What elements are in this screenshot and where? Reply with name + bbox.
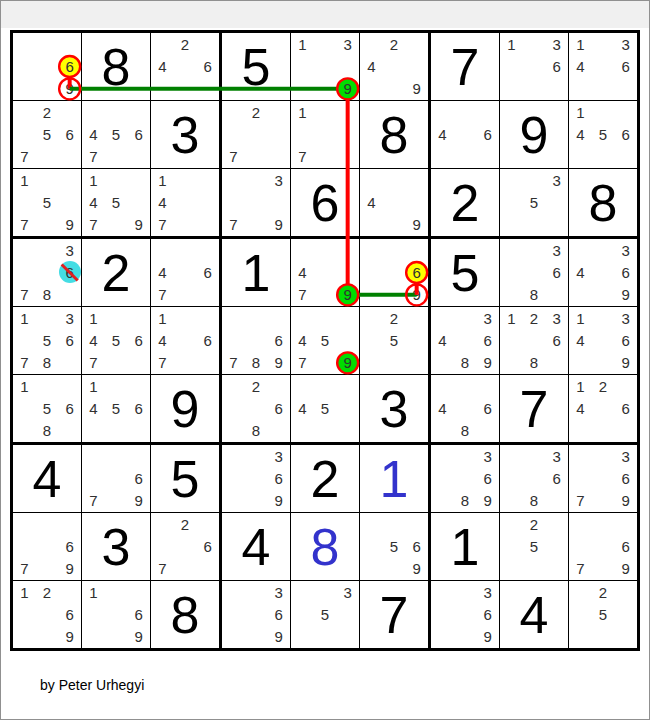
candidate-slot: 6 xyxy=(476,603,499,625)
candidate-grid: 468 xyxy=(431,375,499,442)
candidate-slot xyxy=(360,284,383,306)
candidate-slot: 4 xyxy=(360,55,383,77)
cell-r9c6[interactable]: 7 xyxy=(360,581,428,648)
candidate-slot xyxy=(454,445,477,467)
candidate-slot xyxy=(245,329,268,351)
candidate-slot: 6 xyxy=(405,261,428,283)
cell-r3c7[interactable]: 2 xyxy=(431,169,499,236)
cell-r7c2[interactable]: 679 xyxy=(82,445,150,512)
highlight-circle: 9 xyxy=(337,78,359,100)
candidate-slot xyxy=(245,467,268,489)
candidate-slot xyxy=(36,558,59,580)
candidate-slot xyxy=(82,101,105,123)
candidate-slot xyxy=(196,191,219,213)
cell-r1c2[interactable]: 8 xyxy=(82,33,150,100)
candidate-slot: 5 xyxy=(523,191,546,213)
candidate-slot xyxy=(36,603,59,625)
cell-r2c2[interactable]: 4567 xyxy=(82,101,150,168)
cell-r3c4[interactable]: 379 xyxy=(222,169,290,236)
cell-r2c8[interactable]: 9 xyxy=(500,101,568,168)
cell-r8c4[interactable]: 4 xyxy=(222,513,290,580)
candidate-grid: 369 xyxy=(431,581,499,648)
cell-r7c4[interactable]: 369 xyxy=(222,445,290,512)
cell-r1c8[interactable]: 136 xyxy=(500,33,568,100)
cell-r5c6[interactable]: 25 xyxy=(360,307,428,374)
candidate-slot xyxy=(291,307,314,329)
cell-r6c6[interactable]: 3 xyxy=(360,375,428,442)
candidate-slot: 7 xyxy=(151,558,174,580)
candidate-slot xyxy=(13,535,36,557)
cell-r2c1[interactable]: 2567 xyxy=(13,101,81,168)
cell-r9c2[interactable]: 169 xyxy=(82,581,150,648)
cell-r4c4[interactable]: 1 xyxy=(222,239,290,306)
candidate-slot: 2 xyxy=(592,581,615,603)
candidate-slot: 6 xyxy=(58,535,81,557)
candidate-slot xyxy=(58,375,81,397)
candidate-grid: 69 xyxy=(360,239,428,306)
solved-digit: 8 xyxy=(291,513,359,580)
given-digit: 7 xyxy=(500,375,568,442)
candidate-slot xyxy=(454,603,477,625)
cell-r2c5[interactable]: 17 xyxy=(291,101,359,168)
candidate-slot xyxy=(267,375,290,397)
cell-r8c8[interactable]: 25 xyxy=(500,513,568,580)
candidate-slot: 6 xyxy=(196,261,219,283)
candidate-slot xyxy=(314,239,337,261)
candidate-slot xyxy=(383,261,406,283)
candidate-slot xyxy=(431,420,454,442)
cell-r2c6[interactable]: 8 xyxy=(360,101,428,168)
cell-r7c3[interactable]: 5 xyxy=(151,445,219,512)
candidate-slot xyxy=(291,420,314,442)
cell-r5c1[interactable]: 135678 xyxy=(13,307,81,374)
candidate-slot xyxy=(267,101,290,123)
cell-r4c6[interactable]: 69 xyxy=(360,239,428,306)
candidate-slot: 1 xyxy=(82,169,105,191)
candidate-slot xyxy=(267,191,290,213)
candidate-slot: 3 xyxy=(614,33,637,55)
candidate-slot: 4 xyxy=(569,329,592,351)
cell-r3c2[interactable]: 14579 xyxy=(82,169,150,236)
candidate-slot: 8 xyxy=(523,352,546,374)
candidate-slot: 6 xyxy=(127,397,150,419)
candidate-slot xyxy=(336,261,359,283)
given-digit: 8 xyxy=(82,33,150,100)
given-digit: 8 xyxy=(360,101,428,168)
candidate-grid: 267 xyxy=(151,513,219,580)
candidate-slot xyxy=(174,558,197,580)
candidate-slot xyxy=(13,397,36,419)
candidate-slot xyxy=(222,420,245,442)
cell-r3c6[interactable]: 49 xyxy=(360,169,428,236)
candidate-slot xyxy=(431,467,454,489)
cell-r1c6[interactable]: 249 xyxy=(360,33,428,100)
candidate-slot xyxy=(431,490,454,512)
cell-r4c3[interactable]: 467 xyxy=(151,239,219,306)
candidate-slot xyxy=(569,146,592,168)
candidate-slot: 9 xyxy=(476,490,499,512)
candidate-slot xyxy=(314,261,337,283)
candidate-slot xyxy=(360,169,383,191)
candidate-slot xyxy=(360,329,383,351)
candidate-slot xyxy=(614,581,637,603)
cell-r3c5[interactable]: 6 xyxy=(291,169,359,236)
candidate-slot: 3 xyxy=(476,445,499,467)
candidate-slot: 8 xyxy=(523,490,546,512)
cell-r6c9[interactable]: 1246 xyxy=(569,375,637,442)
cell-r4c2[interactable]: 2 xyxy=(82,239,150,306)
candidate-grid: 136 xyxy=(500,33,568,100)
cell-r6c1[interactable]: 1568 xyxy=(13,375,81,442)
candidate-grid: 45 xyxy=(291,375,359,442)
candidate-grid: 3469 xyxy=(569,239,637,306)
candidate-slot xyxy=(476,146,499,168)
cell-r7c7[interactable]: 3689 xyxy=(431,445,499,512)
candidate-slot xyxy=(174,55,197,77)
cell-r7c8[interactable]: 368 xyxy=(500,445,568,512)
candidate-slot xyxy=(500,467,523,489)
candidate-slot xyxy=(405,33,428,55)
cell-r1c1[interactable]: 69 xyxy=(13,33,81,100)
candidate-slot xyxy=(336,239,359,261)
candidate-slot xyxy=(174,214,197,236)
candidate-slot xyxy=(196,513,219,535)
candidate-slot xyxy=(360,261,383,283)
candidate-slot: 6 xyxy=(58,123,81,145)
cell-r6c3[interactable]: 9 xyxy=(151,375,219,442)
cell-r5c4[interactable]: 6789 xyxy=(222,307,290,374)
cell-r8c2[interactable]: 3 xyxy=(82,513,150,580)
candidate-slot xyxy=(523,445,546,467)
candidate-slot xyxy=(431,445,454,467)
candidate-slot xyxy=(58,352,81,374)
candidate-slot xyxy=(569,445,592,467)
candidate-slot xyxy=(267,146,290,168)
candidate-slot xyxy=(336,603,359,625)
candidate-grid: 12368 xyxy=(500,307,568,374)
candidate-slot xyxy=(36,146,59,168)
candidate-slot xyxy=(314,352,337,374)
candidate-slot xyxy=(569,535,592,557)
candidate-slot xyxy=(314,33,337,55)
candidate-slot xyxy=(13,329,36,351)
cell-r6c8[interactable]: 7 xyxy=(500,375,568,442)
candidate-slot xyxy=(454,146,477,168)
candidate-slot xyxy=(151,33,174,55)
candidate-slot xyxy=(13,261,36,283)
candidate-slot: 6 xyxy=(545,329,568,351)
candidate-slot xyxy=(383,78,406,100)
candidate-slot: 8 xyxy=(36,352,59,374)
candidate-slot xyxy=(360,214,383,236)
candidate-slot: 7 xyxy=(82,146,105,168)
candidate-slot xyxy=(196,284,219,306)
cell-r8c7[interactable]: 1 xyxy=(431,513,499,580)
candidate-slot xyxy=(454,375,477,397)
cell-r5c5[interactable]: 4579 xyxy=(291,307,359,374)
candidate-slot: 1 xyxy=(569,307,592,329)
candidate-slot: 6 xyxy=(614,261,637,283)
candidate-slot: 1 xyxy=(569,33,592,55)
candidate-slot xyxy=(245,603,268,625)
given-digit: 2 xyxy=(431,169,499,236)
candidate-grid: 35 xyxy=(500,169,568,236)
cell-r5c2[interactable]: 14567 xyxy=(82,307,150,374)
candidate-slot: 6 xyxy=(267,467,290,489)
cell-r7c5[interactable]: 2 xyxy=(291,445,359,512)
candidate-grid: 2567 xyxy=(13,101,81,168)
candidate-slot xyxy=(336,397,359,419)
candidate-slot: 7 xyxy=(291,146,314,168)
cell-r1c3[interactable]: 246 xyxy=(151,33,219,100)
cell-r2c3[interactable]: 3 xyxy=(151,101,219,168)
candidate-slot xyxy=(336,101,359,123)
candidate-slot: 9 xyxy=(614,352,637,374)
cell-r9c4[interactable]: 369 xyxy=(222,581,290,648)
candidate-slot xyxy=(13,78,36,100)
candidate-slot xyxy=(174,329,197,351)
cell-r7c1[interactable]: 4 xyxy=(13,445,81,512)
candidate-slot xyxy=(336,307,359,329)
candidate-slot xyxy=(336,55,359,77)
candidate-grid: 13469 xyxy=(569,307,637,374)
candidate-slot: 7 xyxy=(151,284,174,306)
candidate-slot xyxy=(58,513,81,535)
candidate-slot: 1 xyxy=(500,33,523,55)
cell-r1c4[interactable]: 5 xyxy=(222,33,290,100)
candidate-slot: 1 xyxy=(82,581,105,603)
cell-r7c9[interactable]: 3679 xyxy=(569,445,637,512)
cell-r6c7[interactable]: 468 xyxy=(431,375,499,442)
candidate-slot: 1 xyxy=(291,101,314,123)
cell-r2c7[interactable]: 46 xyxy=(431,101,499,168)
candidate-slot: 5 xyxy=(523,535,546,557)
cell-r3c1[interactable]: 1579 xyxy=(13,169,81,236)
candidate-slot xyxy=(500,169,523,191)
cell-r1c5[interactable]: 139 xyxy=(291,33,359,100)
given-digit: 2 xyxy=(82,239,150,306)
candidate-slot xyxy=(500,261,523,283)
candidate-slot: 5 xyxy=(36,123,59,145)
candidate-slot xyxy=(245,214,268,236)
candidate-slot xyxy=(222,603,245,625)
candidate-slot xyxy=(454,123,477,145)
candidate-slot xyxy=(569,467,592,489)
candidate-slot: 7 xyxy=(82,490,105,512)
candidate-slot xyxy=(222,467,245,489)
candidate-slot xyxy=(545,78,568,100)
candidate-slot xyxy=(222,329,245,351)
candidate-slot xyxy=(196,352,219,374)
candidate-slot xyxy=(592,284,615,306)
candidate-slot xyxy=(267,307,290,329)
candidate-slot xyxy=(405,307,428,329)
candidate-slot xyxy=(105,581,128,603)
cell-r9c5[interactable]: 35 xyxy=(291,581,359,648)
cell-r5c7[interactable]: 34689 xyxy=(431,307,499,374)
cell-r1c7[interactable]: 7 xyxy=(431,33,499,100)
candidate-slot: 6 xyxy=(58,261,81,283)
candidate-slot xyxy=(36,535,59,557)
candidate-slot xyxy=(36,239,59,261)
cell-r3c3[interactable]: 147 xyxy=(151,169,219,236)
candidate-grid: 467 xyxy=(151,239,219,306)
cell-r4c1[interactable]: 3678 xyxy=(13,239,81,306)
candidate-slot: 5 xyxy=(105,191,128,213)
cell-r6c5[interactable]: 45 xyxy=(291,375,359,442)
candidate-slot xyxy=(431,307,454,329)
candidate-slot xyxy=(545,214,568,236)
candidate-slot: 3 xyxy=(545,239,568,261)
candidate-slot xyxy=(592,513,615,535)
candidate-slot: 4 xyxy=(569,261,592,283)
candidate-slot: 6 xyxy=(614,329,637,351)
candidate-slot xyxy=(58,101,81,123)
candidate-slot: 7 xyxy=(13,214,36,236)
candidate-slot xyxy=(151,535,174,557)
candidate-slot xyxy=(222,626,245,648)
app-window: 6982465139249713613462567456732717846914… xyxy=(0,0,650,720)
candidate-slot xyxy=(545,490,568,512)
cell-r9c8[interactable]: 4 xyxy=(500,581,568,648)
candidate-slot: 7 xyxy=(569,490,592,512)
cell-r5c3[interactable]: 1467 xyxy=(151,307,219,374)
candidate-slot xyxy=(592,146,615,168)
cell-r4c5[interactable]: 479 xyxy=(291,239,359,306)
cell-r8c6[interactable]: 569 xyxy=(360,513,428,580)
highlight-circle: 9 xyxy=(337,284,359,306)
candidate-slot: 9 xyxy=(267,214,290,236)
cell-r5c9[interactable]: 13469 xyxy=(569,307,637,374)
cell-r5c8[interactable]: 12368 xyxy=(500,307,568,374)
candidate-slot xyxy=(58,169,81,191)
cell-r2c4[interactable]: 27 xyxy=(222,101,290,168)
candidate-slot xyxy=(360,352,383,374)
candidate-slot: 4 xyxy=(431,123,454,145)
candidate-grid: 368 xyxy=(500,445,568,512)
candidate-slot: 7 xyxy=(82,214,105,236)
candidate-grid: 169 xyxy=(82,581,150,648)
candidate-slot xyxy=(383,214,406,236)
cell-r4c9[interactable]: 3469 xyxy=(569,239,637,306)
given-digit: 8 xyxy=(151,581,219,648)
given-digit: 2 xyxy=(291,445,359,512)
candidate-slot xyxy=(36,307,59,329)
candidate-slot: 6 xyxy=(476,397,499,419)
candidate-slot: 4 xyxy=(431,397,454,419)
candidate-slot xyxy=(454,581,477,603)
candidate-slot xyxy=(222,191,245,213)
cell-r4c7[interactable]: 5 xyxy=(431,239,499,306)
candidate-slot xyxy=(500,535,523,557)
candidate-slot: 5 xyxy=(592,123,615,145)
given-digit: 5 xyxy=(222,33,290,100)
candidate-slot xyxy=(360,513,383,535)
candidate-slot xyxy=(523,467,546,489)
cell-r9c3[interactable]: 8 xyxy=(151,581,219,648)
cell-r3c9[interactable]: 8 xyxy=(569,169,637,236)
candidate-slot xyxy=(245,445,268,467)
candidate-slot xyxy=(431,603,454,625)
given-digit: 4 xyxy=(13,445,81,512)
cell-r8c1[interactable]: 679 xyxy=(13,513,81,580)
cell-r9c9[interactable]: 25 xyxy=(569,581,637,648)
candidate-slot: 9 xyxy=(336,284,359,306)
candidate-slot: 5 xyxy=(383,329,406,351)
given-digit: 5 xyxy=(431,239,499,306)
cell-r3c8[interactable]: 35 xyxy=(500,169,568,236)
given-digit: 9 xyxy=(500,101,568,168)
cell-r6c2[interactable]: 1456 xyxy=(82,375,150,442)
candidate-slot xyxy=(13,513,36,535)
candidate-slot xyxy=(245,307,268,329)
candidate-grid: 34689 xyxy=(431,307,499,374)
candidate-slot xyxy=(36,513,59,535)
candidate-slot xyxy=(500,191,523,213)
candidate-slot: 4 xyxy=(291,397,314,419)
candidate-slot xyxy=(314,55,337,77)
candidate-grid: 1246 xyxy=(569,375,637,442)
cell-r8c5[interactable]: 8 xyxy=(291,513,359,580)
candidate-grid: 479 xyxy=(291,239,359,306)
candidate-slot xyxy=(222,581,245,603)
candidate-slot: 6 xyxy=(127,123,150,145)
candidate-slot: 6 xyxy=(545,467,568,489)
candidate-slot xyxy=(454,307,477,329)
candidate-slot xyxy=(592,558,615,580)
candidate-slot xyxy=(222,123,245,145)
candidate-slot xyxy=(291,603,314,625)
candidate-grid: 679 xyxy=(82,445,150,512)
title-bar xyxy=(1,1,649,28)
candidate-slot: 6 xyxy=(267,397,290,419)
candidate-slot xyxy=(222,375,245,397)
candidate-grid: 35 xyxy=(291,581,359,648)
candidate-slot: 9 xyxy=(336,352,359,374)
cell-r9c7[interactable]: 369 xyxy=(431,581,499,648)
cell-r8c3[interactable]: 267 xyxy=(151,513,219,580)
candidate-slot: 1 xyxy=(500,307,523,329)
given-digit: 6 xyxy=(291,169,359,236)
candidate-slot: 5 xyxy=(105,329,128,351)
cell-r7c6[interactable]: 1 xyxy=(360,445,428,512)
cell-r4c8[interactable]: 368 xyxy=(500,239,568,306)
candidate-slot: 6 xyxy=(127,329,150,351)
candidate-slot xyxy=(36,626,59,648)
candidate-slot xyxy=(82,603,105,625)
cell-r1c9[interactable]: 1346 xyxy=(569,33,637,100)
candidate-slot: 7 xyxy=(13,558,36,580)
candidate-slot xyxy=(336,146,359,168)
cell-r6c4[interactable]: 268 xyxy=(222,375,290,442)
candidate-slot xyxy=(196,33,219,55)
candidate-slot xyxy=(476,375,499,397)
cell-r2c9[interactable]: 1456 xyxy=(569,101,637,168)
candidate-grid: 249 xyxy=(360,33,428,100)
candidate-grid: 1579 xyxy=(13,169,81,236)
candidate-slot xyxy=(13,420,36,442)
candidate-slot: 6 xyxy=(196,535,219,557)
cell-r9c1[interactable]: 1269 xyxy=(13,581,81,648)
candidate-slot xyxy=(592,397,615,419)
candidate-slot xyxy=(592,239,615,261)
candidate-slot: 8 xyxy=(454,352,477,374)
candidate-slot: 5 xyxy=(314,603,337,625)
cell-r8c9[interactable]: 679 xyxy=(569,513,637,580)
candidate-slot xyxy=(592,261,615,283)
candidate-grid: 17 xyxy=(291,101,359,168)
candidate-slot: 6 xyxy=(545,55,568,77)
